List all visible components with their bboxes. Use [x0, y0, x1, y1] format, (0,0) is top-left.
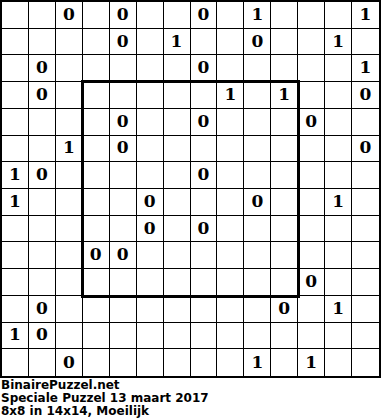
cell-r6c11[interactable]	[271, 136, 298, 163]
cell-r7c6[interactable]	[137, 162, 164, 189]
cell-r7c12[interactable]	[298, 162, 325, 189]
cell-r11c12: 0	[298, 269, 325, 296]
cell-r2c4[interactable]	[83, 29, 110, 56]
cell-r5c5: 0	[110, 109, 137, 136]
cell-r7c13[interactable]	[325, 162, 352, 189]
cell-r13c10[interactable]	[244, 323, 271, 350]
cell-r3c13[interactable]	[325, 55, 352, 82]
cell-r13c8[interactable]	[191, 323, 218, 350]
cell-r7c1: 1	[2, 162, 29, 189]
cell-r12c9[interactable]	[217, 296, 244, 323]
cell-r8c13: 1	[325, 189, 352, 216]
cell-r11c5[interactable]	[110, 269, 137, 296]
cell-r6c9[interactable]	[217, 136, 244, 163]
cell-r4c7[interactable]	[164, 82, 191, 109]
cell-r4c9: 1	[217, 82, 244, 109]
cell-r11c14[interactable]	[352, 269, 379, 296]
cell-r8c7[interactable]	[164, 189, 191, 216]
cell-r5c6[interactable]	[137, 109, 164, 136]
cell-r1c14: 1	[352, 2, 379, 29]
cell-r9c6: 0	[137, 216, 164, 243]
cell-r10c7[interactable]	[164, 242, 191, 269]
cell-r5c13[interactable]	[325, 109, 352, 136]
cell-r4c10[interactable]	[244, 82, 271, 109]
cell-r11c2[interactable]	[29, 269, 56, 296]
cell-r13c5[interactable]	[110, 323, 137, 350]
cell-r11c1[interactable]	[2, 269, 29, 296]
cell-r12c7[interactable]	[164, 296, 191, 323]
cell-r14c4[interactable]	[83, 349, 110, 376]
cell-r1c1[interactable]	[2, 2, 29, 29]
cell-r12c6[interactable]	[137, 296, 164, 323]
cell-r7c4[interactable]	[83, 162, 110, 189]
cell-r6c1[interactable]	[2, 136, 29, 163]
cell-r10c2[interactable]	[29, 242, 56, 269]
cell-r14c12: 1	[298, 349, 325, 376]
cell-r8c10: 0	[244, 189, 271, 216]
cell-r4c4[interactable]	[83, 82, 110, 109]
cell-r1c7[interactable]	[164, 2, 191, 29]
cell-r5c12: 0	[298, 109, 325, 136]
cell-r6c8[interactable]	[191, 136, 218, 163]
cell-r5c4[interactable]	[83, 109, 110, 136]
cell-r8c14[interactable]	[352, 189, 379, 216]
cell-r5c9[interactable]	[217, 109, 244, 136]
cell-r12c8[interactable]	[191, 296, 218, 323]
cell-r14c6[interactable]	[137, 349, 164, 376]
cell-r3c10[interactable]	[244, 55, 271, 82]
cell-r6c3: 1	[56, 136, 83, 163]
cell-r1c9[interactable]	[217, 2, 244, 29]
cell-r9c10[interactable]	[244, 216, 271, 243]
cell-r7c9[interactable]	[217, 162, 244, 189]
cell-r14c5[interactable]	[110, 349, 137, 376]
cell-r9c12[interactable]	[298, 216, 325, 243]
cell-r8c9[interactable]	[217, 189, 244, 216]
cell-r11c6[interactable]	[137, 269, 164, 296]
cell-r14c7[interactable]	[164, 349, 191, 376]
cell-r3c7[interactable]	[164, 55, 191, 82]
cell-r8c11[interactable]	[271, 189, 298, 216]
cell-r10c6[interactable]	[137, 242, 164, 269]
cell-r2c3[interactable]	[56, 29, 83, 56]
cell-r8c4[interactable]	[83, 189, 110, 216]
cell-r1c11[interactable]	[271, 2, 298, 29]
cell-r7c7[interactable]	[164, 162, 191, 189]
cell-r12c5[interactable]	[110, 296, 137, 323]
cell-r13c13[interactable]	[325, 323, 352, 350]
cell-r11c3[interactable]	[56, 269, 83, 296]
cell-r2c13: 1	[325, 29, 352, 56]
cell-r13c4[interactable]	[83, 323, 110, 350]
cell-r7c5[interactable]	[110, 162, 137, 189]
cell-r14c2[interactable]	[29, 349, 56, 376]
cell-r1c6[interactable]	[137, 2, 164, 29]
cell-r6c10[interactable]	[244, 136, 271, 163]
cell-r13c12[interactable]	[298, 323, 325, 350]
cell-r6c6[interactable]	[137, 136, 164, 163]
cell-r9c2[interactable]	[29, 216, 56, 243]
cell-r6c12[interactable]	[298, 136, 325, 163]
cell-r5c14[interactable]	[352, 109, 379, 136]
cell-r4c8[interactable]	[191, 82, 218, 109]
cell-r4c2: 0	[29, 82, 56, 109]
cell-r7c11[interactable]	[271, 162, 298, 189]
cell-r13c7[interactable]	[164, 323, 191, 350]
cell-r13c3[interactable]	[56, 323, 83, 350]
cell-r9c8: 0	[191, 216, 218, 243]
cell-r10c8[interactable]	[191, 242, 218, 269]
cell-r4c3[interactable]	[56, 82, 83, 109]
cell-r4c14: 0	[352, 82, 379, 109]
cell-r10c9[interactable]	[217, 242, 244, 269]
cell-r8c5[interactable]	[110, 189, 137, 216]
cell-r1c12[interactable]	[298, 2, 325, 29]
cell-r6c14: 0	[352, 136, 379, 163]
cell-r13c9[interactable]	[217, 323, 244, 350]
cell-r8c12[interactable]	[298, 189, 325, 216]
cell-r3c11[interactable]	[271, 55, 298, 82]
cell-r9c11[interactable]	[271, 216, 298, 243]
cell-r6c4[interactable]	[83, 136, 110, 163]
cell-r4c11: 1	[271, 82, 298, 109]
cell-r5c2[interactable]	[29, 109, 56, 136]
cell-r3c14: 1	[352, 55, 379, 82]
cell-r9c1[interactable]	[2, 216, 29, 243]
cell-r10c12[interactable]	[298, 242, 325, 269]
cell-r8c2[interactable]	[29, 189, 56, 216]
cell-r4c12[interactable]	[298, 82, 325, 109]
cell-r5c3[interactable]	[56, 109, 83, 136]
cell-r14c3: 0	[56, 349, 83, 376]
cell-r14c11[interactable]	[271, 349, 298, 376]
cell-r8c1: 1	[2, 189, 29, 216]
cell-r7c3[interactable]	[56, 162, 83, 189]
cell-r8c3[interactable]	[56, 189, 83, 216]
cell-r3c4[interactable]	[83, 55, 110, 82]
cell-r1c2[interactable]	[29, 2, 56, 29]
cell-r10c11[interactable]	[271, 242, 298, 269]
cell-r2c5: 0	[110, 29, 137, 56]
cell-r11c10[interactable]	[244, 269, 271, 296]
cell-r3c9[interactable]	[217, 55, 244, 82]
cell-r2c2[interactable]	[29, 29, 56, 56]
cell-r9c9[interactable]	[217, 216, 244, 243]
cell-r10c10[interactable]	[244, 242, 271, 269]
cell-r2c14[interactable]	[352, 29, 379, 56]
cell-r4c13[interactable]	[325, 82, 352, 109]
binary-puzzle-board: 0001101010010110000100100100100000001100…	[0, 0, 381, 378]
cell-r3c3[interactable]	[56, 55, 83, 82]
cell-r12c10[interactable]	[244, 296, 271, 323]
cell-r3c2: 0	[29, 55, 56, 82]
cell-r2c11[interactable]	[271, 29, 298, 56]
cell-r12c2: 0	[29, 296, 56, 323]
cell-r11c11[interactable]	[271, 269, 298, 296]
cell-r2c9[interactable]	[217, 29, 244, 56]
cell-r10c14[interactable]	[352, 242, 379, 269]
cell-r9c14[interactable]	[352, 216, 379, 243]
cell-r5c1[interactable]	[2, 109, 29, 136]
caption: BinairePuzzel.net Speciale Puzzel 13 maa…	[1, 379, 209, 418]
cell-r9c3[interactable]	[56, 216, 83, 243]
cell-r12c1[interactable]	[2, 296, 29, 323]
cell-r3c1[interactable]	[2, 55, 29, 82]
cell-r12c11: 0	[271, 296, 298, 323]
cell-r2c8[interactable]	[191, 29, 218, 56]
cell-r1c13[interactable]	[325, 2, 352, 29]
cell-r2c12[interactable]	[298, 29, 325, 56]
cell-r10c5: 0	[110, 242, 137, 269]
cell-r7c2: 0	[29, 162, 56, 189]
cell-r1c8: 0	[191, 2, 218, 29]
cell-r9c13[interactable]	[325, 216, 352, 243]
cell-r14c10: 1	[244, 349, 271, 376]
cell-r14c9[interactable]	[217, 349, 244, 376]
cell-r12c13: 1	[325, 296, 352, 323]
cell-r12c3[interactable]	[56, 296, 83, 323]
cell-r14c1[interactable]	[2, 349, 29, 376]
cell-r14c14[interactable]	[352, 349, 379, 376]
cell-r4c1[interactable]	[2, 82, 29, 109]
cell-r11c4[interactable]	[83, 269, 110, 296]
cell-r8c8[interactable]	[191, 189, 218, 216]
cell-r6c7[interactable]	[164, 136, 191, 163]
cell-r5c8: 0	[191, 109, 218, 136]
cell-r2c7: 1	[164, 29, 191, 56]
cell-r7c10[interactable]	[244, 162, 271, 189]
cell-r14c13[interactable]	[325, 349, 352, 376]
puzzle-spec: 8x8 in 14x14, Moeilijk	[1, 405, 209, 418]
cell-r6c13[interactable]	[325, 136, 352, 163]
cell-r1c3: 0	[56, 2, 83, 29]
cell-r6c2[interactable]	[29, 136, 56, 163]
cell-r9c7[interactable]	[164, 216, 191, 243]
cell-r6c5: 0	[110, 136, 137, 163]
cell-r4c5[interactable]	[110, 82, 137, 109]
cell-r13c2: 0	[29, 323, 56, 350]
cell-r14c8[interactable]	[191, 349, 218, 376]
cell-r4c6[interactable]	[137, 82, 164, 109]
cell-r11c13[interactable]	[325, 269, 352, 296]
cell-r3c12[interactable]	[298, 55, 325, 82]
cell-r11c8[interactable]	[191, 269, 218, 296]
cell-r2c10: 0	[244, 29, 271, 56]
cell-r10c4: 0	[83, 242, 110, 269]
cell-r3c5[interactable]	[110, 55, 137, 82]
cell-r10c13[interactable]	[325, 242, 352, 269]
cell-r9c4[interactable]	[83, 216, 110, 243]
cell-r5c10[interactable]	[244, 109, 271, 136]
cell-r7c14[interactable]	[352, 162, 379, 189]
cell-r10c3[interactable]	[56, 242, 83, 269]
cell-r13c1: 1	[2, 323, 29, 350]
cell-r13c6[interactable]	[137, 323, 164, 350]
cell-r1c5: 0	[110, 2, 137, 29]
cell-r11c9[interactable]	[217, 269, 244, 296]
cell-r3c8: 0	[191, 55, 218, 82]
cell-r7c8: 0	[191, 162, 218, 189]
cell-r5c7[interactable]	[164, 109, 191, 136]
cell-r3c6[interactable]	[137, 55, 164, 82]
cell-r13c11[interactable]	[271, 323, 298, 350]
cell-r12c14[interactable]	[352, 296, 379, 323]
cell-r5c11[interactable]	[271, 109, 298, 136]
cell-r9c5[interactable]	[110, 216, 137, 243]
cell-r2c6[interactable]	[137, 29, 164, 56]
cell-r12c12[interactable]	[298, 296, 325, 323]
cell-r13c14[interactable]	[352, 323, 379, 350]
cell-r2c1[interactable]	[2, 29, 29, 56]
cell-r1c10: 1	[244, 2, 271, 29]
cell-r11c7[interactable]	[164, 269, 191, 296]
cell-r10c1[interactable]	[2, 242, 29, 269]
cell-r1c4[interactable]	[83, 2, 110, 29]
cell-r12c4[interactable]	[83, 296, 110, 323]
cell-r8c6: 0	[137, 189, 164, 216]
